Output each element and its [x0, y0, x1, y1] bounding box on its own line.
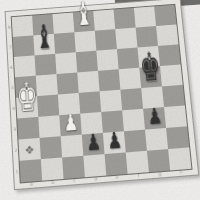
square-a1[interactable]: [20, 159, 43, 182]
square-h8[interactable]: [154, 5, 176, 26]
square-a8[interactable]: [12, 16, 34, 37]
square-h2[interactable]: [166, 126, 189, 149]
square-h6[interactable]: [158, 44, 181, 66]
piece-white-king-a4[interactable]: ♚: [15, 76, 38, 117]
square-h7[interactable]: [156, 24, 178, 45]
rank-label-2: 2: [14, 148, 17, 153]
piece-black-king-g5[interactable]: ♚: [138, 46, 162, 87]
board-logo-emblem: ❖: [24, 143, 35, 155]
square-f6[interactable]: [117, 47, 139, 69]
square-c2[interactable]: [61, 135, 84, 158]
square-e8[interactable]: [93, 9, 115, 30]
file-label-d: d: [94, 177, 97, 182]
square-e7[interactable]: [95, 29, 117, 51]
piece-black-pawn-d2[interactable]: ♟: [85, 131, 101, 154]
square-g8[interactable]: [134, 6, 156, 27]
square-b5[interactable]: [36, 74, 58, 96]
square-d7[interactable]: [74, 31, 96, 53]
rank-label-7: 7: [9, 45, 12, 50]
rank-label-4: 4: [12, 106, 15, 111]
piece-black-bishop-b7[interactable]: ♝: [34, 20, 53, 54]
file-label-c: c: [73, 179, 76, 184]
file-label-b: b: [51, 180, 54, 185]
square-b3[interactable]: [38, 115, 60, 138]
piece-white-bishop-d8[interactable]: ♝: [74, 0, 93, 31]
square-h3[interactable]: [164, 105, 187, 128]
piece-white-pawn-c3[interactable]: ♟: [62, 112, 78, 135]
rank-label-8: 8: [8, 25, 11, 29]
square-f2[interactable]: [124, 130, 147, 153]
rank-label-1: 1: [16, 169, 19, 174]
file-label-f: f: [138, 174, 140, 179]
square-f4[interactable]: [120, 88, 143, 110]
square-g2[interactable]: [145, 128, 168, 151]
rank-label-6: 6: [10, 65, 13, 70]
square-a3[interactable]: [17, 117, 39, 140]
chessboard: ♝♝♚♚♟♟♟♟❖abcdefgh87654321: [5, 0, 200, 190]
photo-canvas: ♝♝♚♚♟♟♟♟❖abcdefgh87654321: [0, 0, 200, 200]
square-h4[interactable]: [162, 85, 185, 107]
square-c1[interactable]: [62, 156, 85, 179]
square-a7[interactable]: [13, 35, 35, 57]
square-e4[interactable]: [100, 90, 123, 112]
square-e1[interactable]: [105, 152, 128, 175]
square-f3[interactable]: [122, 109, 145, 132]
square-g1[interactable]: [147, 149, 170, 172]
file-label-g: g: [158, 172, 161, 177]
square-d5[interactable]: [77, 71, 99, 93]
file-label-e: e: [116, 175, 119, 180]
file-label-a: a: [30, 182, 33, 187]
square-c7[interactable]: [54, 32, 76, 54]
square-c5[interactable]: [57, 72, 79, 94]
square-f1[interactable]: [126, 151, 149, 174]
square-f8[interactable]: [114, 8, 136, 29]
square-f5[interactable]: [119, 68, 142, 90]
piece-black-pawn-e2[interactable]: ♟: [106, 129, 122, 152]
square-d4[interactable]: [79, 91, 101, 113]
file-label-h: h: [179, 170, 182, 175]
square-c8[interactable]: [52, 13, 74, 34]
square-b1[interactable]: [41, 157, 64, 180]
square-d6[interactable]: [76, 51, 98, 73]
square-h1[interactable]: [168, 147, 191, 170]
square-c6[interactable]: [55, 52, 77, 74]
rank-label-5: 5: [11, 85, 14, 90]
square-e5[interactable]: [98, 69, 120, 91]
square-b2[interactable]: [40, 136, 63, 159]
square-b6[interactable]: [35, 54, 57, 76]
piece-black-pawn-g3[interactable]: ♟: [146, 105, 163, 128]
square-e6[interactable]: [96, 49, 118, 71]
square-d1[interactable]: [83, 154, 106, 177]
square-h5[interactable]: [160, 64, 183, 86]
square-f7[interactable]: [115, 28, 137, 49]
square-b4[interactable]: [37, 95, 59, 117]
rank-label-3: 3: [13, 127, 16, 132]
